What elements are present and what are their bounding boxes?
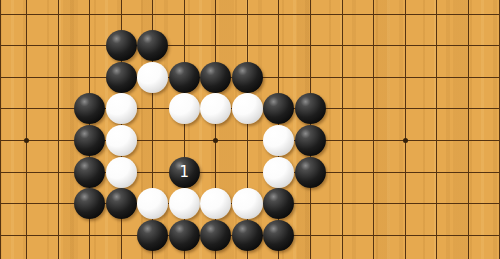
black-stone[interactable] bbox=[106, 30, 137, 61]
black-stone[interactable] bbox=[74, 93, 105, 124]
black-stone[interactable] bbox=[200, 220, 231, 251]
black-stone[interactable] bbox=[263, 220, 294, 251]
white-stone[interactable] bbox=[106, 125, 137, 156]
black-stone[interactable] bbox=[295, 93, 326, 124]
grid-line-horizontal bbox=[0, 14, 500, 15]
black-stone[interactable] bbox=[232, 62, 263, 93]
black-stone[interactable] bbox=[137, 30, 168, 61]
black-stone[interactable] bbox=[169, 62, 200, 93]
star-point bbox=[24, 138, 29, 143]
white-stone[interactable] bbox=[263, 125, 294, 156]
black-stone[interactable] bbox=[74, 188, 105, 219]
grid-line-vertical bbox=[468, 0, 469, 259]
star-point bbox=[213, 138, 218, 143]
black-stone[interactable]: 1 bbox=[169, 157, 200, 188]
black-stone[interactable] bbox=[169, 220, 200, 251]
black-stone[interactable] bbox=[263, 188, 294, 219]
white-stone[interactable] bbox=[169, 93, 200, 124]
black-stone[interactable] bbox=[74, 125, 105, 156]
grid-line-vertical bbox=[26, 0, 27, 259]
white-stone[interactable] bbox=[200, 93, 231, 124]
white-stone[interactable] bbox=[232, 188, 263, 219]
white-stone[interactable] bbox=[137, 188, 168, 219]
move-number-label: 1 bbox=[179, 164, 189, 179]
black-stone[interactable] bbox=[106, 62, 137, 93]
black-stone[interactable] bbox=[106, 188, 137, 219]
black-stone[interactable] bbox=[295, 157, 326, 188]
grid-line-vertical bbox=[58, 0, 59, 259]
grid-line-vertical bbox=[373, 0, 374, 259]
black-stone[interactable] bbox=[295, 125, 326, 156]
white-stone[interactable] bbox=[263, 157, 294, 188]
black-stone[interactable] bbox=[232, 220, 263, 251]
white-stone[interactable] bbox=[232, 93, 263, 124]
white-stone[interactable] bbox=[169, 188, 200, 219]
grid-line-vertical bbox=[436, 0, 437, 259]
white-stone[interactable] bbox=[200, 188, 231, 219]
go-board[interactable]: 1 bbox=[0, 0, 500, 259]
black-stone[interactable] bbox=[74, 157, 105, 188]
board-edge-line bbox=[0, 0, 1, 259]
black-stone[interactable] bbox=[137, 220, 168, 251]
black-stone[interactable] bbox=[263, 93, 294, 124]
white-stone[interactable] bbox=[106, 93, 137, 124]
white-stone[interactable] bbox=[137, 62, 168, 93]
grid-line-vertical bbox=[405, 0, 406, 259]
black-stone[interactable] bbox=[200, 62, 231, 93]
star-point bbox=[403, 138, 408, 143]
grid-line-vertical bbox=[342, 0, 343, 259]
grid-line-horizontal bbox=[0, 45, 500, 46]
white-stone[interactable] bbox=[106, 157, 137, 188]
